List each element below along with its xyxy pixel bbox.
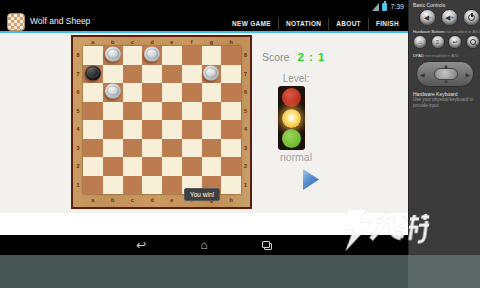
home-button[interactable]: ⌂: [413, 35, 427, 49]
square-f5[interactable]: [182, 102, 202, 121]
square-c3[interactable]: [123, 139, 143, 158]
square-c1[interactable]: [123, 176, 143, 195]
white-sheep-piece[interactable]: [105, 47, 121, 62]
status-icons: 7:39: [372, 2, 404, 11]
dpad-right-icon[interactable]: ▶: [465, 72, 470, 78]
search-icon: [470, 39, 476, 45]
file-label-c: c: [123, 37, 143, 46]
square-g2[interactable]: [202, 157, 222, 176]
you-win-toast: You win!: [184, 188, 220, 201]
hardware-buttons-row: ⌂ ≡ ↩: [413, 35, 480, 49]
square-e7[interactable]: [162, 65, 182, 84]
square-d8[interactable]: [142, 46, 162, 65]
square-a4[interactable]: [83, 120, 103, 139]
file-label-d: d: [142, 37, 162, 46]
power-icon: [468, 14, 475, 21]
square-a5[interactable]: [83, 102, 103, 121]
square-d2[interactable]: [142, 157, 162, 176]
square-a7[interactable]: [83, 65, 103, 84]
volume-up-icon: ◀: [445, 14, 450, 21]
page-background-right: [408, 255, 480, 288]
search-button[interactable]: [466, 35, 480, 49]
square-e6[interactable]: [162, 83, 182, 102]
dpad-control[interactable]: ◀ ▶ ▲ ▼: [416, 61, 474, 87]
file-label-e: e: [162, 194, 182, 206]
back-button[interactable]: ↩: [448, 35, 462, 49]
rank-labels-left: 87654321: [73, 46, 83, 194]
square-e2[interactable]: [162, 157, 182, 176]
menu-item-finish[interactable]: FINISH: [369, 20, 406, 27]
square-h4[interactable]: [221, 120, 241, 139]
square-c4[interactable]: [123, 120, 143, 139]
square-d5[interactable]: [142, 102, 162, 121]
square-a1[interactable]: [83, 176, 103, 195]
volume-down-icon: ◀: [424, 14, 429, 21]
volume-down-button[interactable]: ◀-: [419, 9, 436, 26]
square-b1[interactable]: [103, 176, 123, 195]
status-action-bar: 7:39 Wolf and Sheep NEW GAMENOTATIONABOU…: [0, 0, 408, 33]
level-label: Level:: [256, 73, 336, 84]
rank-label-4: 4: [241, 120, 250, 139]
rank-label-5: 5: [241, 102, 250, 121]
score-value: 2 : 1: [297, 51, 325, 63]
square-e1[interactable]: [162, 176, 182, 195]
rank-label-6: 6: [73, 83, 83, 102]
rank-label-2: 2: [241, 157, 250, 176]
volume-up-button[interactable]: ◀+: [441, 9, 458, 26]
file-label-a: a: [83, 194, 103, 206]
square-b7[interactable]: [103, 65, 123, 84]
page-background-left: [0, 255, 408, 288]
square-b2[interactable]: [103, 157, 123, 176]
app-title: Wolf and Sheep: [30, 16, 90, 26]
square-d7[interactable]: [142, 65, 162, 84]
file-label-c: c: [123, 194, 143, 206]
square-d4[interactable]: [142, 120, 162, 139]
square-g3[interactable]: [202, 139, 222, 158]
dpad-left-icon[interactable]: ◀: [420, 72, 425, 78]
file-label-b: b: [103, 194, 123, 206]
rank-label-8: 8: [241, 46, 250, 65]
square-b8[interactable]: [103, 46, 123, 65]
jiuyou-watermark: [338, 209, 435, 257]
square-b6[interactable]: [103, 83, 123, 102]
rank-label-7: 7: [73, 65, 83, 84]
menu-item-about[interactable]: ABOUT: [329, 20, 368, 27]
square-e8[interactable]: [162, 46, 182, 65]
square-h5[interactable]: [221, 102, 241, 121]
dpad-center-button[interactable]: [434, 68, 458, 80]
square-b4[interactable]: [103, 120, 123, 139]
square-b5[interactable]: [103, 102, 123, 121]
rank-label-7: 7: [241, 65, 250, 84]
menu-button[interactable]: ≡: [431, 35, 445, 49]
file-label-h: h: [221, 194, 241, 206]
square-d1[interactable]: [142, 176, 162, 195]
clock-text: 7:39: [390, 2, 404, 11]
square-h8[interactable]: [221, 46, 241, 65]
jiuyou-watermark-graphic: [338, 209, 434, 253]
square-f3[interactable]: [182, 139, 202, 158]
rank-label-8: 8: [73, 46, 83, 65]
green-lamp[interactable]: [282, 129, 301, 148]
square-g5[interactable]: [202, 102, 222, 121]
file-label-e: e: [162, 37, 182, 46]
black-wolf-piece[interactable]: [85, 65, 101, 80]
signal-icon: [372, 3, 379, 11]
square-d3[interactable]: [142, 139, 162, 158]
file-label-g: g: [202, 37, 222, 46]
square-f6[interactable]: [182, 83, 202, 102]
score-row: Score 2 : 1: [262, 51, 325, 63]
checkers-board: abcdefgh abcdefgh 87654321 87654321: [71, 35, 252, 209]
square-h3[interactable]: [221, 139, 241, 158]
rank-label-5: 5: [73, 102, 83, 121]
square-e5[interactable]: [162, 102, 182, 121]
square-e3[interactable]: [162, 139, 182, 158]
white-sheep-piece[interactable]: [105, 84, 121, 99]
traffic-light-level-selector[interactable]: [278, 86, 305, 150]
square-b3[interactable]: [103, 139, 123, 158]
dpad-label: DPAD not enabled in AVD: [413, 53, 459, 59]
rank-label-6: 6: [241, 83, 250, 102]
battery-icon: [382, 3, 387, 11]
score-label: Score: [262, 51, 289, 63]
square-g7[interactable]: [202, 65, 222, 84]
hardware-keyboard-hint: Use your physical keyboard to provide in…: [413, 97, 477, 108]
menu-item-notation[interactable]: NOTATION: [279, 20, 328, 27]
white-sheep-piece[interactable]: [144, 47, 160, 62]
square-d6[interactable]: [142, 83, 162, 102]
square-g8[interactable]: [202, 46, 222, 65]
square-g6[interactable]: [202, 83, 222, 102]
rank-label-1: 1: [241, 176, 250, 195]
file-label-a: a: [83, 37, 103, 46]
square-c6[interactable]: [123, 83, 143, 102]
file-labels-top: abcdefgh: [83, 37, 241, 46]
basic-controls-buttons: ◀- ◀+: [419, 9, 480, 26]
square-a2[interactable]: [83, 157, 103, 176]
app-icon: [7, 13, 25, 31]
back-nav-icon[interactable]: ↩: [136, 239, 146, 251]
square-c5[interactable]: [123, 102, 143, 121]
rank-label-1: 1: [73, 176, 83, 195]
home-icon: ⌂: [418, 39, 422, 46]
screenshot-root: { "game": { "name": "Wolf and Sheep", "t…: [0, 0, 480, 288]
square-h7[interactable]: [221, 65, 241, 84]
square-a8[interactable]: [83, 46, 103, 65]
basic-controls-title: Basic Controls: [413, 2, 445, 8]
file-label-f: f: [182, 37, 202, 46]
rank-labels-right: 87654321: [241, 46, 250, 194]
rank-label-3: 3: [73, 139, 83, 158]
square-e4[interactable]: [162, 120, 182, 139]
action-menu: NEW GAMENOTATIONABOUTFINISH: [225, 14, 406, 33]
menu-icon: ≡: [436, 39, 440, 46]
red-lamp[interactable]: [282, 88, 301, 107]
square-a3[interactable]: [83, 139, 103, 158]
square-f4[interactable]: [182, 120, 202, 139]
square-c8[interactable]: [123, 46, 143, 65]
square-f7[interactable]: [182, 65, 202, 84]
square-a6[interactable]: [83, 83, 103, 102]
white-sheep-piece[interactable]: [203, 65, 219, 80]
level-value: normal: [256, 151, 336, 163]
square-c7[interactable]: [123, 65, 143, 84]
square-h2[interactable]: [221, 157, 241, 176]
yellow-lamp-lit[interactable]: [282, 109, 301, 128]
file-label-b: b: [103, 37, 123, 46]
file-label-d: d: [142, 194, 162, 206]
menu-item-new-game[interactable]: NEW GAME: [225, 20, 278, 27]
back-icon: ↩: [452, 39, 457, 46]
rank-label-4: 4: [73, 120, 83, 139]
square-f8[interactable]: [182, 46, 202, 65]
board-grid: [83, 46, 241, 194]
square-h6[interactable]: [221, 83, 241, 102]
square-f2[interactable]: [182, 157, 202, 176]
rank-label-3: 3: [241, 139, 250, 158]
square-c2[interactable]: [123, 157, 143, 176]
file-label-h: h: [221, 37, 241, 46]
power-button[interactable]: [463, 9, 480, 26]
rank-label-2: 2: [73, 157, 83, 176]
square-g4[interactable]: [202, 120, 222, 139]
square-h1[interactable]: [221, 176, 241, 195]
recents-nav-icon[interactable]: [262, 241, 272, 250]
home-nav-icon[interactable]: ⌂: [200, 239, 207, 251]
